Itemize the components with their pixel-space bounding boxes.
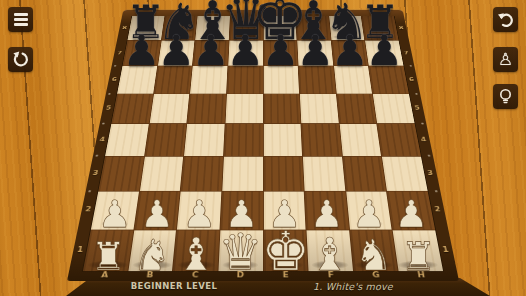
square-e7[interactable] bbox=[263, 40, 297, 65]
square-b3[interactable] bbox=[140, 156, 184, 191]
square-g4[interactable] bbox=[339, 124, 381, 156]
frame-pin bbox=[421, 123, 424, 125]
rank-label-left-5: 5 bbox=[103, 105, 114, 111]
rank-label-left-6: 6 bbox=[109, 77, 120, 83]
square-d7[interactable] bbox=[228, 40, 262, 65]
square-f3[interactable] bbox=[303, 156, 345, 191]
square-c4[interactable] bbox=[184, 124, 224, 156]
frame-pin bbox=[428, 155, 431, 157]
rank-label-left-2: 2 bbox=[82, 205, 95, 213]
square-g3[interactable] bbox=[343, 156, 387, 191]
square-c3[interactable] bbox=[181, 156, 223, 191]
square-g7[interactable] bbox=[331, 40, 368, 65]
square-d8[interactable] bbox=[229, 16, 262, 40]
square-g1[interactable] bbox=[350, 230, 398, 271]
frame-pin bbox=[108, 93, 111, 95]
rank-label-left-7: 7 bbox=[115, 50, 125, 55]
frame-pin bbox=[435, 190, 438, 192]
frame-pin bbox=[114, 65, 117, 67]
rank-label-right-3: 3 bbox=[424, 169, 436, 176]
square-e6[interactable] bbox=[263, 66, 299, 93]
file-label-g: G bbox=[367, 270, 386, 279]
rank-label-left-1: 1 bbox=[74, 245, 87, 253]
rank-label-right-6: 6 bbox=[406, 77, 417, 83]
undo-button[interactable] bbox=[493, 7, 518, 32]
square-h1[interactable] bbox=[393, 230, 443, 271]
square-e8[interactable] bbox=[263, 16, 296, 40]
square-a8[interactable] bbox=[128, 16, 165, 40]
square-e4[interactable] bbox=[263, 124, 302, 156]
square-c6[interactable] bbox=[190, 66, 227, 93]
rank-label-left-8: 8 bbox=[120, 25, 130, 30]
hint-button[interactable] bbox=[493, 84, 518, 109]
square-h5[interactable] bbox=[373, 94, 414, 123]
pawn-icon: ♙ bbox=[498, 51, 513, 68]
frame-pin bbox=[102, 123, 105, 125]
square-g5[interactable] bbox=[337, 94, 377, 123]
square-d6[interactable] bbox=[227, 66, 263, 93]
file-label-c: C bbox=[186, 270, 205, 279]
square-f1[interactable] bbox=[307, 230, 353, 271]
square-a6[interactable] bbox=[117, 66, 157, 93]
frame-pin bbox=[415, 93, 418, 95]
square-h4[interactable] bbox=[377, 124, 420, 156]
square-f5[interactable] bbox=[300, 94, 339, 123]
square-f8[interactable] bbox=[296, 16, 330, 40]
square-b7[interactable] bbox=[158, 40, 195, 65]
square-a4[interactable] bbox=[105, 124, 148, 156]
square-a3[interactable] bbox=[98, 156, 143, 191]
menu-button[interactable] bbox=[8, 7, 33, 32]
square-h8[interactable] bbox=[362, 16, 399, 40]
rank-label-right-2: 2 bbox=[431, 205, 444, 213]
square-a5[interactable] bbox=[111, 94, 152, 123]
square-c8[interactable] bbox=[195, 16, 229, 40]
square-e2[interactable] bbox=[263, 192, 305, 230]
square-d2[interactable] bbox=[220, 192, 262, 230]
square-f7[interactable] bbox=[297, 40, 333, 65]
player-mode-button[interactable]: ♙ bbox=[493, 47, 518, 72]
square-d3[interactable] bbox=[222, 156, 262, 191]
square-c2[interactable] bbox=[177, 192, 221, 230]
file-label-b: B bbox=[140, 270, 159, 279]
frame-pin bbox=[410, 65, 413, 67]
chess-app: BEGINNER LEVEL 1. White's move 887766554… bbox=[0, 0, 526, 296]
square-h7[interactable] bbox=[365, 40, 403, 65]
chess-board: 8877665544332211ABCDEFGH bbox=[67, 10, 459, 281]
square-b6[interactable] bbox=[154, 66, 192, 93]
square-b5[interactable] bbox=[149, 94, 189, 123]
square-d4[interactable] bbox=[224, 124, 263, 156]
square-b2[interactable] bbox=[134, 192, 180, 230]
square-g2[interactable] bbox=[346, 192, 392, 230]
move-indicator: 1. White's move bbox=[288, 281, 418, 292]
square-c1[interactable] bbox=[173, 230, 219, 271]
square-b1[interactable] bbox=[128, 230, 176, 271]
file-label-a: A bbox=[95, 270, 114, 279]
square-b8[interactable] bbox=[161, 16, 197, 40]
square-c7[interactable] bbox=[193, 40, 229, 65]
rank-label-right-8: 8 bbox=[396, 25, 406, 30]
square-h6[interactable] bbox=[369, 66, 409, 93]
rank-label-right-5: 5 bbox=[412, 105, 423, 111]
square-d1[interactable] bbox=[218, 230, 262, 271]
rank-label-right-1: 1 bbox=[439, 245, 452, 253]
square-b4[interactable] bbox=[145, 124, 187, 156]
square-a1[interactable] bbox=[83, 230, 133, 271]
frame-pin bbox=[88, 190, 91, 192]
square-e5[interactable] bbox=[263, 94, 300, 123]
rank-label-left-3: 3 bbox=[90, 169, 102, 176]
rank-label-right-7: 7 bbox=[401, 50, 411, 55]
square-f2[interactable] bbox=[305, 192, 349, 230]
square-d5[interactable] bbox=[225, 94, 262, 123]
rank-label-left-4: 4 bbox=[97, 136, 109, 143]
level-label: BEGINNER LEVEL bbox=[109, 281, 239, 291]
board-grid bbox=[83, 16, 443, 271]
file-label-f: F bbox=[322, 270, 341, 279]
file-label-d: D bbox=[231, 270, 249, 279]
square-g8[interactable] bbox=[329, 16, 365, 40]
rotate-board-button[interactable] bbox=[8, 47, 33, 72]
square-f4[interactable] bbox=[301, 124, 341, 156]
square-a2[interactable] bbox=[91, 192, 139, 230]
undo-arrow-icon bbox=[497, 11, 514, 28]
frame-pin bbox=[95, 155, 98, 157]
rotate-icon bbox=[12, 51, 29, 68]
file-label-e: E bbox=[277, 270, 295, 279]
rank-label-right-4: 4 bbox=[418, 136, 430, 143]
square-f6[interactable] bbox=[299, 66, 336, 93]
square-h2[interactable] bbox=[387, 192, 435, 230]
square-g6[interactable] bbox=[334, 66, 372, 93]
square-e1[interactable] bbox=[263, 230, 307, 271]
square-a7[interactable] bbox=[123, 40, 161, 65]
square-e3[interactable] bbox=[263, 156, 303, 191]
square-h3[interactable] bbox=[382, 156, 427, 191]
lightbulb-icon bbox=[497, 88, 514, 105]
hamburger-icon bbox=[14, 13, 28, 26]
square-c5[interactable] bbox=[187, 94, 226, 123]
file-label-h: H bbox=[412, 270, 431, 279]
